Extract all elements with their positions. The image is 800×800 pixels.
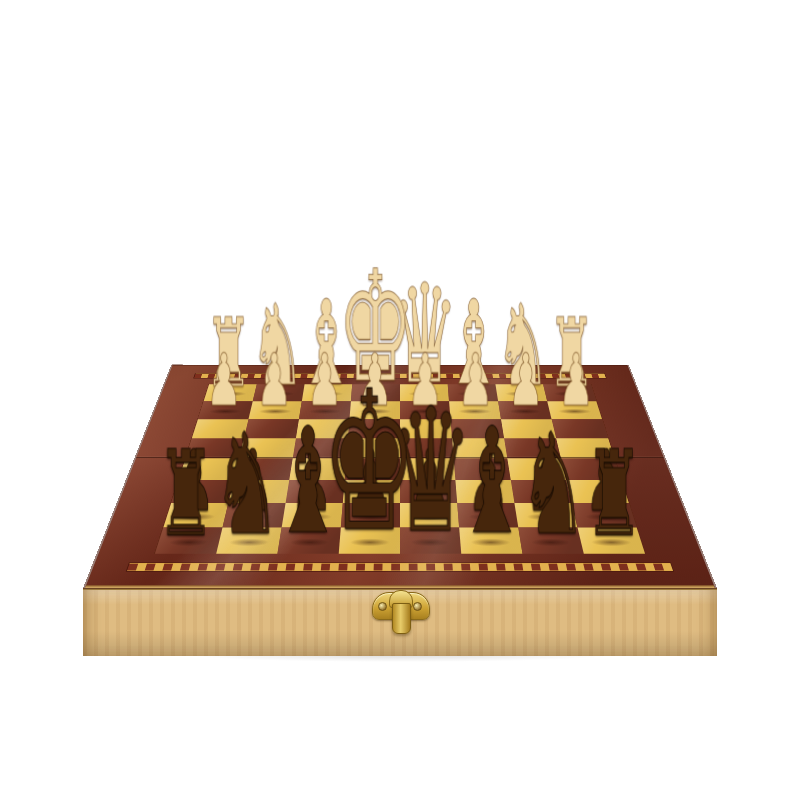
latch-tongue: [392, 603, 411, 634]
box-front-panel: [83, 588, 717, 656]
brass-latch: [372, 590, 428, 636]
square: ♞: [518, 527, 583, 553]
latch-screw-left: [378, 602, 387, 611]
square: ♚: [339, 527, 400, 553]
chess-board-top: ♜♞♝♚♛♝♞♜♟♟♟♟♟♟♟♟♟♟♟♟♟♟♟♟♜♞♝♚♛♝♞♜: [85, 365, 715, 588]
black-knight: ♞: [519, 414, 588, 554]
scene: ♜♞♝♚♛♝♞♜♟♟♟♟♟♟♟♟♟♟♟♟♟♟♟♟♜♞♝♚♛♝♞♜: [0, 0, 800, 800]
black-king: ♚: [322, 366, 417, 559]
playing-field: ♜♞♝♚♛♝♞♜♟♟♟♟♟♟♟♟♟♟♟♟♟♟♟♟♜♞♝♚♛♝♞♜: [155, 384, 645, 554]
latch-screw-right: [413, 602, 422, 611]
black-rook: ♜: [585, 434, 643, 553]
black-knight: ♞: [212, 414, 281, 554]
black-rook: ♜: [157, 434, 215, 553]
